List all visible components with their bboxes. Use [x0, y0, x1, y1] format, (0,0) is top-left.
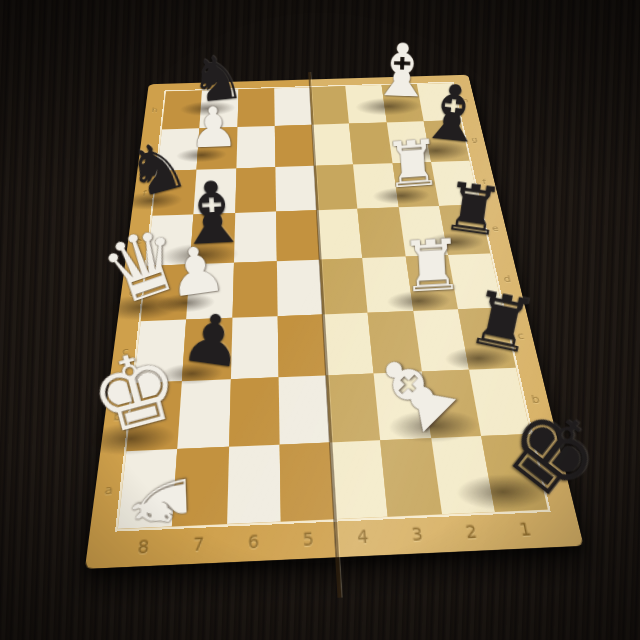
chess-board: 87654321 abcdefgh abcdefgh ♞♟♞♝♛♟♟♚♞♝♝♜♜… [85, 75, 584, 569]
white-rook-1-holder: ♜ [383, 131, 444, 198]
white-pawn-1-holder: ♟ [188, 99, 240, 156]
white-rook-2-holder: ♜ [399, 230, 466, 304]
white-knight[interactable]: ♞ [122, 466, 198, 540]
white-rook-2[interactable]: ♜ [399, 230, 466, 304]
rank-label-4: 4 [335, 520, 392, 553]
white-pawn-1[interactable]: ♟ [188, 99, 240, 156]
white-rook-1[interactable]: ♜ [383, 131, 444, 198]
tabletop-scene: 87654321 abcdefgh abcdefgh ♞♟♞♝♛♟♟♚♞♝♝♜♜… [0, 0, 640, 640]
black-pawn-1-holder: ♟ [177, 302, 247, 378]
white-knight-holder: ♞ [122, 466, 198, 540]
rank-label-5: 5 [281, 523, 337, 556]
black-pawn-1[interactable]: ♟ [177, 302, 247, 378]
